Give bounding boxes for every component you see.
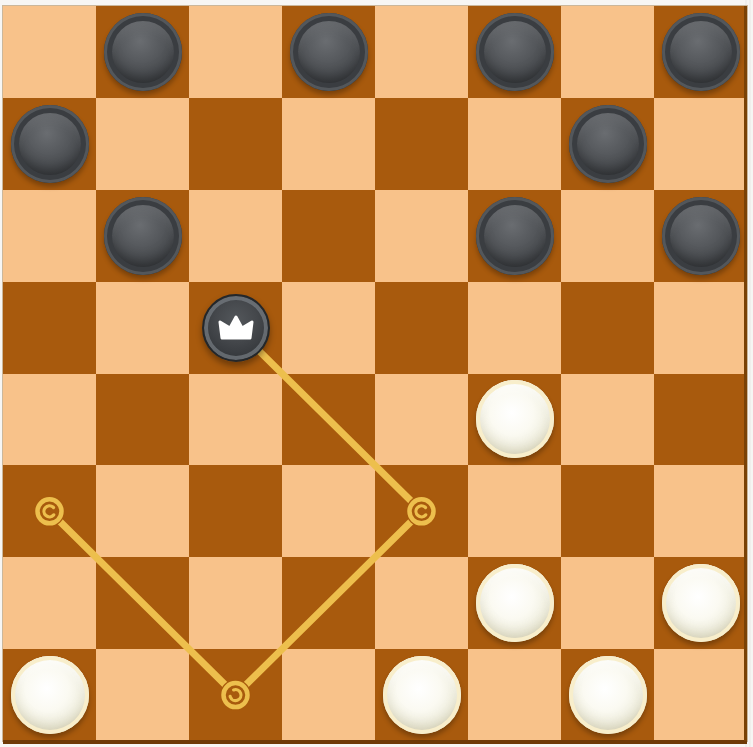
square-d7[interactable] [282, 98, 375, 190]
square-f2[interactable] [468, 557, 561, 649]
square-h3[interactable] [654, 465, 747, 557]
square-g3[interactable] [561, 465, 654, 557]
square-b8[interactable] [96, 6, 189, 98]
square-f4[interactable] [468, 374, 561, 466]
square-d1[interactable] [282, 649, 375, 741]
square-d2[interactable] [282, 557, 375, 649]
square-h1[interactable] [654, 649, 747, 741]
square-g1[interactable] [561, 649, 654, 741]
square-a4[interactable] [3, 374, 96, 466]
crown-icon [216, 312, 256, 344]
square-a5[interactable] [3, 282, 96, 374]
square-h8[interactable] [654, 6, 747, 98]
square-a8[interactable] [3, 6, 96, 98]
square-h4[interactable] [654, 374, 747, 466]
checkers-screenshot [0, 0, 753, 747]
board-edge-shadow-bottom [3, 740, 747, 744]
square-g5[interactable] [561, 282, 654, 374]
black-man[interactable] [290, 13, 368, 91]
square-c2[interactable] [189, 557, 282, 649]
black-man[interactable] [476, 13, 554, 91]
square-e1[interactable] [375, 649, 468, 741]
square-e3[interactable] [375, 465, 468, 557]
square-g8[interactable] [561, 6, 654, 98]
square-g6[interactable] [561, 190, 654, 282]
square-b7[interactable] [96, 98, 189, 190]
square-a6[interactable] [3, 190, 96, 282]
black-man[interactable] [11, 105, 89, 183]
square-c3[interactable] [189, 465, 282, 557]
square-e4[interactable] [375, 374, 468, 466]
square-f6[interactable] [468, 190, 561, 282]
black-man[interactable] [662, 13, 740, 91]
black-man[interactable] [104, 197, 182, 275]
square-b5[interactable] [96, 282, 189, 374]
square-f1[interactable] [468, 649, 561, 741]
square-f5[interactable] [468, 282, 561, 374]
square-d3[interactable] [282, 465, 375, 557]
black-man[interactable] [662, 197, 740, 275]
square-c5[interactable] [189, 282, 282, 374]
square-h2[interactable] [654, 557, 747, 649]
square-e8[interactable] [375, 6, 468, 98]
square-b1[interactable] [96, 649, 189, 741]
square-f7[interactable] [468, 98, 561, 190]
square-g7[interactable] [561, 98, 654, 190]
square-g4[interactable] [561, 374, 654, 466]
white-man[interactable] [662, 564, 740, 642]
square-e5[interactable] [375, 282, 468, 374]
square-e6[interactable] [375, 190, 468, 282]
square-b4[interactable] [96, 374, 189, 466]
white-man[interactable] [383, 656, 461, 734]
square-a7[interactable] [3, 98, 96, 190]
square-h6[interactable] [654, 190, 747, 282]
square-c8[interactable] [189, 6, 282, 98]
square-e2[interactable] [375, 557, 468, 649]
black-king[interactable] [202, 294, 270, 362]
black-man[interactable] [476, 197, 554, 275]
square-b2[interactable] [96, 557, 189, 649]
square-a2[interactable] [3, 557, 96, 649]
white-man[interactable] [11, 656, 89, 734]
white-man[interactable] [569, 656, 647, 734]
square-b3[interactable] [96, 465, 189, 557]
square-a3[interactable] [3, 465, 96, 557]
board [3, 6, 747, 741]
square-d6[interactable] [282, 190, 375, 282]
square-e7[interactable] [375, 98, 468, 190]
square-d5[interactable] [282, 282, 375, 374]
square-c6[interactable] [189, 190, 282, 282]
square-g2[interactable] [561, 557, 654, 649]
square-f3[interactable] [468, 465, 561, 557]
square-c1[interactable] [189, 649, 282, 741]
square-c7[interactable] [189, 98, 282, 190]
square-c4[interactable] [189, 374, 282, 466]
square-a1[interactable] [3, 649, 96, 741]
square-h7[interactable] [654, 98, 747, 190]
square-d8[interactable] [282, 6, 375, 98]
square-d4[interactable] [282, 374, 375, 466]
board-edge-shadow-right [744, 6, 747, 741]
white-man[interactable] [476, 564, 554, 642]
white-man[interactable] [476, 380, 554, 458]
black-man[interactable] [104, 13, 182, 91]
black-man[interactable] [569, 105, 647, 183]
square-f8[interactable] [468, 6, 561, 98]
square-b6[interactable] [96, 190, 189, 282]
square-h5[interactable] [654, 282, 747, 374]
